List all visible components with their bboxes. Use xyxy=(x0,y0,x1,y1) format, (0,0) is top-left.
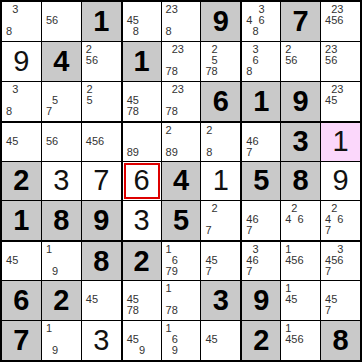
cell-r4c3[interactable]: 456 xyxy=(82,122,121,161)
given-digit: 5 xyxy=(253,166,269,195)
pencil-mark-6: 6 xyxy=(297,214,303,225)
pencil-mark-7: 7 xyxy=(205,266,211,277)
pencil-mark-7: 7 xyxy=(325,225,331,236)
cell-r2c5[interactable]: 2378 xyxy=(162,42,201,81)
pencil-mark-6: 6 xyxy=(52,136,58,147)
pencil-mark-5: 5 xyxy=(212,255,218,266)
pencil-mark-5: 5 xyxy=(133,334,139,345)
pencil-marks: 457 xyxy=(323,282,339,317)
pencil-mark-5: 5 xyxy=(52,95,58,106)
pencil-marks: 28 xyxy=(203,124,215,159)
cell-r7c8[interactable]: 1456 xyxy=(281,241,320,280)
pencil-mark-5: 5 xyxy=(331,95,337,106)
pencil-marks: 23456 xyxy=(323,3,345,38)
pencil-mark-1: 1 xyxy=(166,283,172,294)
entered-digit: 9 xyxy=(13,47,29,76)
pencil-marks: 27 xyxy=(203,202,219,237)
pencil-marks: 56 xyxy=(44,3,60,38)
cell-r7c1[interactable]: 45 xyxy=(2,241,41,280)
pencil-mark-8: 8 xyxy=(172,106,178,117)
pencil-mark-6: 6 xyxy=(92,55,98,66)
pencil-marks: 2578 xyxy=(203,43,219,78)
pencil-mark-7: 7 xyxy=(46,106,52,117)
pencil-mark-8: 8 xyxy=(166,26,172,37)
cell-r2c1[interactable]: 9 xyxy=(2,42,41,81)
cell-r7c5[interactable]: 1679 xyxy=(162,241,201,280)
pencil-mark-2: 2 xyxy=(212,203,218,214)
given-digit: 1 xyxy=(134,47,150,76)
cell-r4c4[interactable]: 89 xyxy=(122,122,161,161)
pencil-mark-7: 7 xyxy=(246,225,252,236)
cell-r2c3[interactable]: 256 xyxy=(82,42,121,81)
cell-r8c2[interactable]: 2 xyxy=(42,281,81,320)
pencil-marks: 1456 xyxy=(283,322,305,357)
cell-r5c2[interactable]: 3 xyxy=(42,162,81,201)
pencil-mark-6: 6 xyxy=(252,55,258,66)
cell-r9c5[interactable]: 169 xyxy=(162,321,201,360)
pencil-mark-4: 4 xyxy=(285,214,291,225)
pencil-marks: 45 xyxy=(4,124,20,159)
pencil-mark-7: 7 xyxy=(325,305,331,316)
pencil-mark-5: 5 xyxy=(87,95,93,106)
pencil-mark-2: 2 xyxy=(206,125,212,136)
given-digit: 3 xyxy=(213,286,229,315)
pencil-marks: 56 xyxy=(44,124,60,159)
pencil-marks: 289 xyxy=(164,124,180,159)
cell-r2c9[interactable]: 2356 xyxy=(321,42,360,81)
pencil-mark-1: 1 xyxy=(46,323,52,334)
cell-r4c6[interactable]: 28 xyxy=(201,122,240,161)
cell-r8c5[interactable]: 178 xyxy=(162,281,201,320)
given-digit: 6 xyxy=(13,286,29,315)
pencil-mark-7: 7 xyxy=(205,225,211,236)
pencil-mark-8: 8 xyxy=(133,26,139,37)
pencil-mark-6: 6 xyxy=(297,255,303,266)
pencil-mark-5: 5 xyxy=(291,294,297,305)
entered-digit: 9 xyxy=(332,166,348,195)
pencil-mark-1: 1 xyxy=(166,244,172,255)
cell-r9c4[interactable]: 459 xyxy=(122,321,161,360)
pencil-mark-8: 8 xyxy=(133,305,139,316)
pencil-mark-5: 5 xyxy=(331,294,337,305)
cell-r7c7[interactable]: 3467 xyxy=(241,241,280,280)
pencil-marks: 3467 xyxy=(244,243,260,278)
cell-r2c8[interactable]: 256 xyxy=(281,42,320,81)
pencil-mark-8: 8 xyxy=(206,147,212,158)
entered-digit: 6 xyxy=(134,166,150,195)
pencil-mark-9: 9 xyxy=(172,266,178,277)
pencil-marks: 256 xyxy=(283,43,299,78)
cell-r9c7[interactable]: 2 xyxy=(241,321,280,360)
given-digit: 5 xyxy=(173,206,189,235)
pencil-marks: 4578 xyxy=(125,282,141,317)
cell-r1c6[interactable]: 9 xyxy=(201,2,240,41)
given-digit: 8 xyxy=(93,247,109,276)
pencil-marks: 467 xyxy=(244,124,260,159)
pencil-marks: 169 xyxy=(164,322,180,357)
pencil-mark-7: 7 xyxy=(246,147,252,158)
cell-r8c9[interactable]: 457 xyxy=(321,281,360,320)
pencil-marks: 459 xyxy=(125,322,147,357)
cell-r3c3[interactable]: 25 xyxy=(82,82,121,121)
pencil-marks: 467 xyxy=(244,202,260,237)
pencil-marks: 2356 xyxy=(323,43,339,78)
pencil-mark-5: 5 xyxy=(92,294,98,305)
cell-r2c6[interactable]: 2578 xyxy=(201,42,240,81)
pencil-mark-9: 9 xyxy=(133,147,139,158)
pencil-mark-9: 9 xyxy=(139,345,145,356)
cell-r8c7[interactable]: 9 xyxy=(241,281,280,320)
pencil-marks: 457 xyxy=(203,243,219,278)
pencil-mark-7: 7 xyxy=(325,266,331,277)
pencil-marks: 368 xyxy=(244,43,260,78)
pencil-mark-8: 8 xyxy=(252,26,258,37)
pencil-mark-1: 1 xyxy=(46,244,52,255)
pencil-mark-9: 9 xyxy=(172,345,178,356)
cell-r8c1[interactable]: 6 xyxy=(2,281,41,320)
cell-r7c4[interactable]: 2 xyxy=(122,241,161,280)
given-digit: 6 xyxy=(213,87,229,116)
pencil-marks: 2345 xyxy=(323,83,345,118)
cell-r9c8[interactable]: 1456 xyxy=(281,321,320,360)
pencil-mark-6: 6 xyxy=(337,255,343,266)
given-digit: 2 xyxy=(134,247,150,276)
entered-digit: 1 xyxy=(332,127,348,156)
given-digit: 4 xyxy=(173,166,189,195)
cell-r1c2[interactable]: 56 xyxy=(42,2,81,41)
cell-r2c2[interactable]: 4 xyxy=(42,42,81,81)
pencil-marks: 238 xyxy=(164,3,180,38)
pencil-marks: 178 xyxy=(164,282,180,317)
cell-r8c6[interactable]: 3 xyxy=(201,281,240,320)
given-digit: 2 xyxy=(53,286,69,315)
cell-r3c6[interactable]: 6 xyxy=(201,82,240,121)
cell-r3c2[interactable]: 57 xyxy=(42,82,81,121)
entered-digit: 3 xyxy=(134,206,150,235)
pencil-marks: 45 xyxy=(4,243,20,278)
cell-r2c4[interactable]: 1 xyxy=(122,42,161,81)
pencil-marks: 34567 xyxy=(323,243,345,278)
pencil-marks: 458 xyxy=(125,3,141,38)
pencil-mark-6: 6 xyxy=(337,214,343,225)
pencil-mark-6: 6 xyxy=(259,15,265,26)
cell-r3c7[interactable]: 1 xyxy=(241,82,280,121)
cell-r7c2[interactable]: 19 xyxy=(42,241,81,280)
pencil-marks: 3468 xyxy=(244,3,266,38)
cell-r6c5[interactable]: 5 xyxy=(162,201,201,240)
cell-r5c1[interactable]: 2 xyxy=(2,162,41,201)
pencil-marks: 4578 xyxy=(125,83,141,118)
cell-r1c1[interactable]: 38 xyxy=(2,2,41,41)
cell-r9c2[interactable]: 19 xyxy=(42,321,81,360)
given-digit: 9 xyxy=(253,286,269,315)
pencil-mark-1: 1 xyxy=(166,323,172,334)
pencil-marks: 19 xyxy=(44,322,60,357)
pencil-mark-5: 5 xyxy=(212,334,218,345)
pencil-marks: 57 xyxy=(44,83,60,118)
pencil-mark-3: 3 xyxy=(178,84,184,95)
pencil-mark-9: 9 xyxy=(52,345,58,356)
pencil-mark-3: 3 xyxy=(172,4,178,15)
pencil-mark-2: 2 xyxy=(166,125,172,136)
pencil-mark-7: 7 xyxy=(246,266,252,277)
pencil-marks: 38 xyxy=(4,83,20,118)
given-digit: 2 xyxy=(253,326,269,355)
given-digit: 1 xyxy=(253,87,269,116)
cell-r7c3[interactable]: 8 xyxy=(82,241,121,280)
pencil-marks: 1679 xyxy=(164,243,180,278)
pencil-mark-6: 6 xyxy=(98,136,104,147)
cell-r3c9[interactable]: 2345 xyxy=(321,82,360,121)
cell-r6c9[interactable]: 2467 xyxy=(321,201,360,240)
pencil-marks: 246 xyxy=(283,202,305,237)
cell-r8c4[interactable]: 4578 xyxy=(122,281,161,320)
cell-r6c4[interactable]: 3 xyxy=(122,201,161,240)
cell-r3c5[interactable]: 2378 xyxy=(162,82,201,121)
cell-r6c3[interactable]: 9 xyxy=(82,201,121,240)
given-digit: 7 xyxy=(13,326,29,355)
pencil-mark-6: 6 xyxy=(337,15,343,26)
given-digit: 9 xyxy=(93,206,109,235)
pencil-mark-3: 3 xyxy=(178,44,184,55)
cell-r1c4[interactable]: 458 xyxy=(122,2,161,41)
given-digit: 7 xyxy=(293,7,309,36)
cell-r9c3[interactable]: 3 xyxy=(82,321,121,360)
cell-r5c9[interactable]: 9 xyxy=(321,162,360,201)
given-digit: 8 xyxy=(332,326,348,355)
cell-r4c7[interactable]: 467 xyxy=(241,122,280,161)
given-digit: 9 xyxy=(213,7,229,36)
cell-r1c3[interactable]: 1 xyxy=(82,2,121,41)
cell-r5c3[interactable]: 7 xyxy=(82,162,121,201)
pencil-marks: 2378 xyxy=(164,83,186,118)
cell-r3c1[interactable]: 38 xyxy=(2,82,41,121)
cell-r9c6[interactable]: 45 xyxy=(201,321,240,360)
given-digit: 3 xyxy=(293,127,309,156)
given-digit: 2 xyxy=(13,166,29,195)
entered-digit: 1 xyxy=(213,166,229,195)
pencil-mark-6: 6 xyxy=(252,255,258,266)
pencil-marks: 38 xyxy=(4,3,20,38)
pencil-mark-9: 9 xyxy=(172,147,178,158)
pencil-mark-5: 5 xyxy=(12,136,18,147)
entered-digit: 3 xyxy=(93,326,109,355)
pencil-mark-6: 6 xyxy=(52,15,58,26)
cell-r7c6[interactable]: 457 xyxy=(201,241,240,280)
cell-r8c8[interactable]: 145 xyxy=(281,281,320,320)
pencil-mark-9: 9 xyxy=(52,266,58,277)
cell-r1c8[interactable]: 7 xyxy=(281,2,320,41)
cell-r2c7[interactable]: 368 xyxy=(241,42,280,81)
pencil-mark-8: 8 xyxy=(172,66,178,77)
pencil-mark-6: 6 xyxy=(291,55,297,66)
given-digit: 8 xyxy=(53,206,69,235)
cell-r5c8[interactable]: 8 xyxy=(281,162,320,201)
given-digit: 9 xyxy=(293,87,309,116)
pencil-mark-8: 8 xyxy=(212,66,218,77)
pencil-marks: 19 xyxy=(44,243,60,278)
pencil-marks: 145 xyxy=(283,282,299,317)
pencil-mark-6: 6 xyxy=(331,55,337,66)
pencil-mark-8: 8 xyxy=(6,106,12,117)
pencil-mark-8: 8 xyxy=(133,106,139,117)
entered-digit: 7 xyxy=(93,166,109,195)
cell-r6c6[interactable]: 27 xyxy=(201,201,240,240)
cell-r1c7[interactable]: 3468 xyxy=(241,2,280,41)
cell-r9c9[interactable]: 8 xyxy=(321,321,360,360)
pencil-mark-3: 3 xyxy=(12,4,18,15)
cell-r3c4[interactable]: 4578 xyxy=(122,82,161,121)
cell-r7c9[interactable]: 34567 xyxy=(321,241,360,280)
entered-digit: 3 xyxy=(53,166,69,195)
pencil-marks: 456 xyxy=(84,124,106,159)
cell-r4c5[interactable]: 289 xyxy=(162,122,201,161)
pencil-marks: 2467 xyxy=(323,202,345,237)
given-digit: 1 xyxy=(93,7,109,36)
cell-r1c5[interactable]: 238 xyxy=(162,2,201,41)
given-digit: 4 xyxy=(53,47,69,76)
cell-r5c4[interactable]: 6 xyxy=(122,162,161,201)
pencil-marks: 25 xyxy=(84,83,96,118)
cell-r9c1[interactable]: 7 xyxy=(2,321,41,360)
cell-r8c3[interactable]: 45 xyxy=(82,281,121,320)
cell-r5c7[interactable]: 5 xyxy=(241,162,280,201)
sudoku-board: 3856145823893468723456942561237825783682… xyxy=(0,0,362,362)
cell-r4c2[interactable]: 56 xyxy=(42,122,81,161)
pencil-mark-3: 3 xyxy=(337,84,343,95)
cell-r6c2[interactable]: 8 xyxy=(42,201,81,240)
cell-r4c8[interactable]: 3 xyxy=(281,122,320,161)
pencil-mark-8: 8 xyxy=(6,26,12,37)
cell-r4c1[interactable]: 45 xyxy=(2,122,41,161)
cell-r5c5[interactable]: 4 xyxy=(162,162,201,201)
pencil-mark-8: 8 xyxy=(246,66,252,77)
given-digit: 8 xyxy=(293,166,309,195)
pencil-marks: 45 xyxy=(203,322,219,357)
cell-r1c9[interactable]: 23456 xyxy=(321,2,360,41)
pencil-mark-8: 8 xyxy=(172,305,178,316)
pencil-mark-6: 6 xyxy=(252,136,258,147)
pencil-mark-5: 5 xyxy=(12,255,18,266)
pencil-mark-6: 6 xyxy=(297,334,303,345)
cell-r6c8[interactable]: 246 xyxy=(281,201,320,240)
given-digit: 1 xyxy=(13,206,29,235)
cell-r5c6[interactable]: 1 xyxy=(201,162,240,201)
cell-r6c7[interactable]: 467 xyxy=(241,201,280,240)
pencil-marks: 256 xyxy=(84,43,100,78)
pencil-marks: 2378 xyxy=(164,43,186,78)
pencil-marks: 1456 xyxy=(283,243,305,278)
pencil-marks: 89 xyxy=(125,124,141,159)
cell-r4c9[interactable]: 1 xyxy=(321,122,360,161)
cell-r6c1[interactable]: 1 xyxy=(2,201,41,240)
pencil-mark-3: 3 xyxy=(12,84,18,95)
cell-r3c8[interactable]: 9 xyxy=(281,82,320,121)
pencil-mark-6: 6 xyxy=(252,214,258,225)
pencil-marks: 45 xyxy=(84,282,100,317)
